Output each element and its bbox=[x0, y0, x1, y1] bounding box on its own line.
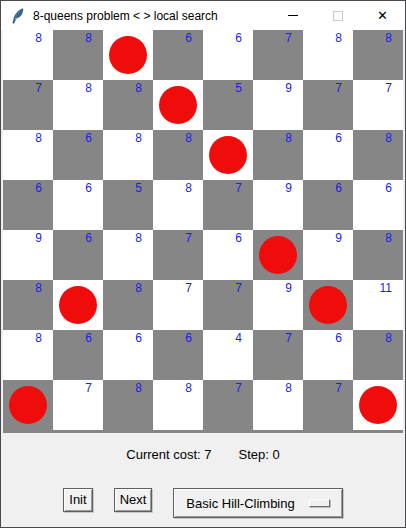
board-cell: 6 bbox=[353, 180, 403, 230]
window-title: 8-queens problem < > local search bbox=[33, 9, 218, 23]
board-cell: 8 bbox=[3, 30, 53, 80]
queen bbox=[109, 36, 147, 74]
board-cell: 8 bbox=[153, 180, 203, 230]
cost-label: 7 bbox=[335, 381, 342, 395]
board-cell: 8 bbox=[53, 30, 103, 80]
cost-label: 7 bbox=[285, 31, 292, 45]
board-cell: 6 bbox=[153, 330, 203, 380]
board-cell: 8 bbox=[103, 280, 153, 330]
board-cell: 8 bbox=[53, 80, 103, 130]
cost-label: 7 bbox=[385, 81, 392, 95]
board-cell: 8 bbox=[103, 380, 153, 430]
cost-label: 8 bbox=[85, 81, 92, 95]
board-cell: 6 bbox=[303, 330, 353, 380]
board-cell: 6 bbox=[203, 230, 253, 280]
board-cell: 6 bbox=[3, 180, 53, 230]
cost-label: 7 bbox=[235, 181, 242, 195]
board-cell: 8 bbox=[3, 130, 53, 180]
controls-row: Init Next Basic Hill-Climbing bbox=[1, 488, 405, 518]
cost-label: 7 bbox=[235, 381, 242, 395]
board-cell: 7 bbox=[253, 30, 303, 80]
board-cell: 8 bbox=[3, 330, 53, 380]
cost-label: 7 bbox=[35, 81, 42, 95]
board-cell: 8 bbox=[103, 80, 153, 130]
cost-label: 9 bbox=[35, 231, 42, 245]
cost-label: 8 bbox=[135, 131, 142, 145]
board-cell: 11 bbox=[353, 280, 403, 330]
board-cell: 8 bbox=[103, 230, 153, 280]
dropdown-indicator-icon bbox=[309, 499, 330, 507]
board-cell: 7 bbox=[353, 80, 403, 130]
queen bbox=[9, 386, 47, 424]
cost-label: 8 bbox=[135, 281, 142, 295]
cost-label: 8 bbox=[285, 131, 292, 145]
board-cell: 6 bbox=[203, 30, 253, 80]
board-cell bbox=[203, 130, 253, 180]
cost-label: 8 bbox=[35, 131, 42, 145]
board-cell: 7 bbox=[3, 80, 53, 130]
board-cell: 6 bbox=[153, 30, 203, 80]
cost-label: 7 bbox=[235, 281, 242, 295]
bottom-panel: Current cost: 7 Step: 0 Init Next Basic … bbox=[1, 433, 405, 527]
cost-label: 6 bbox=[85, 131, 92, 145]
board-cell: 8 bbox=[253, 380, 303, 430]
cost-label: 8 bbox=[385, 31, 392, 45]
cost-label: 9 bbox=[285, 281, 292, 295]
cost-label: 6 bbox=[235, 31, 242, 45]
cost-label: 6 bbox=[185, 331, 192, 345]
cost-label: 7 bbox=[185, 281, 192, 295]
cost-label: 6 bbox=[135, 331, 142, 345]
board-cell: 7 bbox=[153, 230, 203, 280]
cost-label: 8 bbox=[35, 281, 42, 295]
algorithm-selected-label: Basic Hill-Climbing bbox=[186, 496, 294, 511]
board-cell: 6 bbox=[53, 230, 103, 280]
board-cell: 8 bbox=[353, 130, 403, 180]
board-cell: 6 bbox=[103, 330, 153, 380]
cost-label: 6 bbox=[185, 31, 192, 45]
board-cell bbox=[53, 280, 103, 330]
board-cell: 6 bbox=[53, 330, 103, 380]
cost-label: 9 bbox=[335, 231, 342, 245]
board-cell: 8 bbox=[353, 30, 403, 80]
cost-label: 8 bbox=[185, 381, 192, 395]
minimize-icon bbox=[288, 15, 298, 16]
cost-label: 8 bbox=[335, 31, 342, 45]
board-cell: 6 bbox=[303, 180, 353, 230]
cost-label: 6 bbox=[335, 181, 342, 195]
app-window: 8-queens problem < > local search ✕ 8866… bbox=[0, 0, 406, 528]
board-cell: 9 bbox=[253, 180, 303, 230]
board-cell: 8 bbox=[253, 130, 303, 180]
board-cell bbox=[253, 230, 303, 280]
close-button[interactable]: ✕ bbox=[360, 1, 405, 30]
board-cell bbox=[103, 30, 153, 80]
cost-label: 7 bbox=[335, 81, 342, 95]
maximize-button bbox=[315, 1, 360, 30]
board-cell: 5 bbox=[203, 80, 253, 130]
board-cell: 5 bbox=[103, 180, 153, 230]
cost-label: 8 bbox=[185, 181, 192, 195]
board-cell: 8 bbox=[153, 380, 203, 430]
cost-label: 8 bbox=[135, 231, 142, 245]
cost-label: 6 bbox=[335, 331, 342, 345]
cost-label: 8 bbox=[35, 31, 42, 45]
cost-label: 7 bbox=[285, 331, 292, 345]
cost-label: 11 bbox=[380, 281, 392, 295]
queen bbox=[259, 236, 297, 274]
board-area: 8866788788597786888686658796696876988877… bbox=[1, 30, 405, 433]
cost-label: 8 bbox=[85, 31, 92, 45]
cost-label: 6 bbox=[85, 331, 92, 345]
board-cell: 7 bbox=[203, 380, 253, 430]
step-label: Step: 0 bbox=[239, 447, 280, 462]
board-cell: 7 bbox=[253, 330, 303, 380]
cost-label: 6 bbox=[35, 181, 42, 195]
board-cell: 7 bbox=[153, 280, 203, 330]
cost-label: 8 bbox=[135, 81, 142, 95]
board-cell: 8 bbox=[303, 30, 353, 80]
board-cell: 8 bbox=[103, 130, 153, 180]
maximize-icon bbox=[333, 11, 343, 21]
board-cell bbox=[303, 280, 353, 330]
titlebar: 8-queens problem < > local search ✕ bbox=[1, 1, 405, 30]
cost-label: 8 bbox=[185, 131, 192, 145]
cost-label: 6 bbox=[335, 131, 342, 145]
status-row: Current cost: 7 Step: 0 bbox=[1, 447, 405, 462]
board-cell: 7 bbox=[203, 180, 253, 230]
algorithm-dropdown[interactable]: Basic Hill-Climbing bbox=[173, 488, 342, 518]
init-button[interactable]: Init bbox=[63, 488, 92, 512]
cost-label: 7 bbox=[185, 231, 192, 245]
board-cell: 4 bbox=[203, 330, 253, 380]
next-button[interactable]: Next bbox=[114, 488, 153, 512]
board-cell: 6 bbox=[53, 130, 103, 180]
board-cell: 7 bbox=[303, 380, 353, 430]
board-cell bbox=[3, 380, 53, 430]
board-cell: 9 bbox=[303, 230, 353, 280]
queen bbox=[159, 86, 197, 124]
board-cell: 9 bbox=[3, 230, 53, 280]
cost-label: 8 bbox=[35, 331, 42, 345]
minimize-button[interactable] bbox=[270, 1, 315, 30]
cost-label: 5 bbox=[235, 81, 242, 95]
cost-label: 8 bbox=[285, 381, 292, 395]
queen bbox=[309, 286, 347, 324]
queen bbox=[359, 386, 397, 424]
cost-label: 8 bbox=[135, 381, 142, 395]
cost-label: 6 bbox=[85, 181, 92, 195]
board-cell: 9 bbox=[253, 280, 303, 330]
board-cell bbox=[353, 380, 403, 430]
queen bbox=[209, 136, 247, 174]
cost-label: 7 bbox=[85, 381, 92, 395]
board-grid: 8866788788597786888686658796696876988877… bbox=[3, 30, 403, 433]
board-cell: 7 bbox=[303, 80, 353, 130]
queen bbox=[59, 286, 97, 324]
cost-label: 6 bbox=[235, 231, 242, 245]
close-icon: ✕ bbox=[377, 9, 388, 22]
board-cell: 9 bbox=[253, 80, 303, 130]
cost-label: 9 bbox=[285, 181, 292, 195]
cost-label: 8 bbox=[385, 331, 392, 345]
board-cell: 7 bbox=[203, 280, 253, 330]
cost-label: 6 bbox=[385, 181, 392, 195]
board-cell: 8 bbox=[353, 230, 403, 280]
board-cell: 8 bbox=[3, 280, 53, 330]
cost-label: 4 bbox=[235, 331, 242, 345]
board-cell: 6 bbox=[53, 180, 103, 230]
board-cell: 7 bbox=[53, 380, 103, 430]
board-cell: 8 bbox=[353, 330, 403, 380]
tk-feather-icon bbox=[10, 8, 26, 24]
current-cost-label: Current cost: 7 bbox=[126, 447, 211, 462]
cost-label: 9 bbox=[285, 81, 292, 95]
board-cell: 6 bbox=[303, 130, 353, 180]
cost-label: 5 bbox=[135, 181, 142, 195]
board-cell: 8 bbox=[153, 130, 203, 180]
cost-label: 8 bbox=[385, 131, 392, 145]
cost-label: 8 bbox=[385, 231, 392, 245]
board-cell bbox=[153, 80, 203, 130]
cost-label: 6 bbox=[85, 231, 92, 245]
